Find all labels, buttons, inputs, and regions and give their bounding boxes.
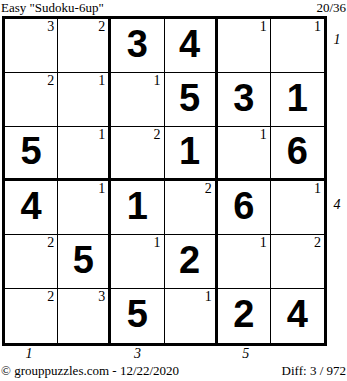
corner-mark: 1 [154,236,161,250]
cell-r2c6[interactable]: 1 [271,73,324,127]
corner-mark: 1 [98,182,105,196]
puzzle-title: Easy "Sudoku-6up" [1,0,104,15]
corner-mark: 1 [314,182,321,196]
given-digit: 3 [233,79,254,117]
corner-mark: 2 [47,74,54,88]
row-label-1: 1 [328,33,346,47]
col-label-1: 1 [26,347,33,361]
given-digit: 6 [287,132,308,170]
cell-r1c5[interactable]: 1 [218,19,271,73]
corner-mark: 2 [314,236,321,250]
corner-mark: 1 [98,128,105,142]
cell-r2c5[interactable]: 3 [218,73,271,127]
given-digit: 2 [179,241,200,279]
cell-r5c4[interactable]: 2 [165,235,218,289]
cell-r3c3[interactable]: 2 [111,127,164,181]
cell-r4c2[interactable]: 1 [58,181,111,235]
cell-r5c3[interactable]: 1 [111,235,164,289]
given-digit: 6 [233,187,254,225]
cell-r5c6[interactable]: 2 [271,235,324,289]
given-digit: 5 [73,241,94,279]
cell-r3c6[interactable]: 6 [271,127,324,181]
cell-r2c1[interactable]: 2 [5,73,58,127]
cell-r4c4[interactable]: 2 [165,181,218,235]
corner-mark: 2 [47,236,54,250]
cell-r3c4[interactable]: 1 [165,127,218,181]
corner-mark: 2 [98,20,105,34]
cell-r4c5[interactable]: 6 [218,181,271,235]
given-digit: 5 [127,295,148,333]
cell-r4c6[interactable]: 1 [271,181,324,235]
corner-mark: 3 [47,20,54,34]
difficulty: Diff: 3 / 972 [282,363,346,378]
row-label-4: 4 [328,198,346,212]
cell-r1c1[interactable]: 3 [5,19,58,73]
col-label-5: 5 [242,347,249,361]
cell-r6c3[interactable]: 5 [111,289,164,343]
cell-r2c4[interactable]: 5 [165,73,218,127]
cell-r3c2[interactable]: 1 [58,127,111,181]
corner-mark: 2 [154,128,161,142]
corner-mark: 1 [260,128,267,142]
given-digit: 4 [287,295,308,333]
cell-r4c3[interactable]: 1 [111,181,164,235]
given-digit: 5 [179,79,200,117]
cell-r2c2[interactable]: 1 [58,73,111,127]
given-digit: 1 [127,187,148,225]
cell-r5c5[interactable]: 1 [218,235,271,289]
cell-r2c3[interactable]: 1 [111,73,164,127]
given-digit: 5 [21,132,42,170]
given-digit: 4 [179,25,200,63]
corner-mark: 1 [260,236,267,250]
cell-r4c1[interactable]: 4 [5,181,58,235]
corner-mark: 1 [260,20,267,34]
corner-mark: 2 [47,290,54,304]
corner-mark: 1 [98,74,105,88]
cell-r6c2[interactable]: 3 [58,289,111,343]
given-digit: 2 [233,295,254,333]
given-digit: 4 [21,187,42,225]
cell-r5c2[interactable]: 5 [58,235,111,289]
corner-mark: 1 [154,74,161,88]
given-digit: 3 [127,25,148,63]
cell-r6c1[interactable]: 2 [5,289,58,343]
copyright: © grouppuzzles.com - 12/22/2020 [1,363,179,378]
corner-mark: 1 [314,20,321,34]
cell-r5c1[interactable]: 2 [5,235,58,289]
cell-r1c3[interactable]: 3 [111,19,164,73]
givens-counter: 20/36 [316,0,346,15]
cell-r1c4[interactable]: 4 [165,19,218,73]
cell-r3c5[interactable]: 1 [218,127,271,181]
given-digit: 1 [287,79,308,117]
corner-mark: 2 [205,182,212,196]
cell-r1c2[interactable]: 2 [58,19,111,73]
cell-r6c4[interactable]: 1 [165,289,218,343]
cell-r3c1[interactable]: 5 [5,127,58,181]
cell-r1c6[interactable]: 1 [271,19,324,73]
cell-r6c6[interactable]: 4 [271,289,324,343]
puzzle-page: Easy "Sudoku-6up" 20/36 3234112115315121… [0,0,347,381]
corner-mark: 3 [98,290,105,304]
board: 323411211531512116411261251212235124 [2,16,327,346]
corner-mark: 1 [205,290,212,304]
col-label-3: 3 [134,347,141,361]
given-digit: 1 [179,132,200,170]
cell-r6c5[interactable]: 2 [218,289,271,343]
